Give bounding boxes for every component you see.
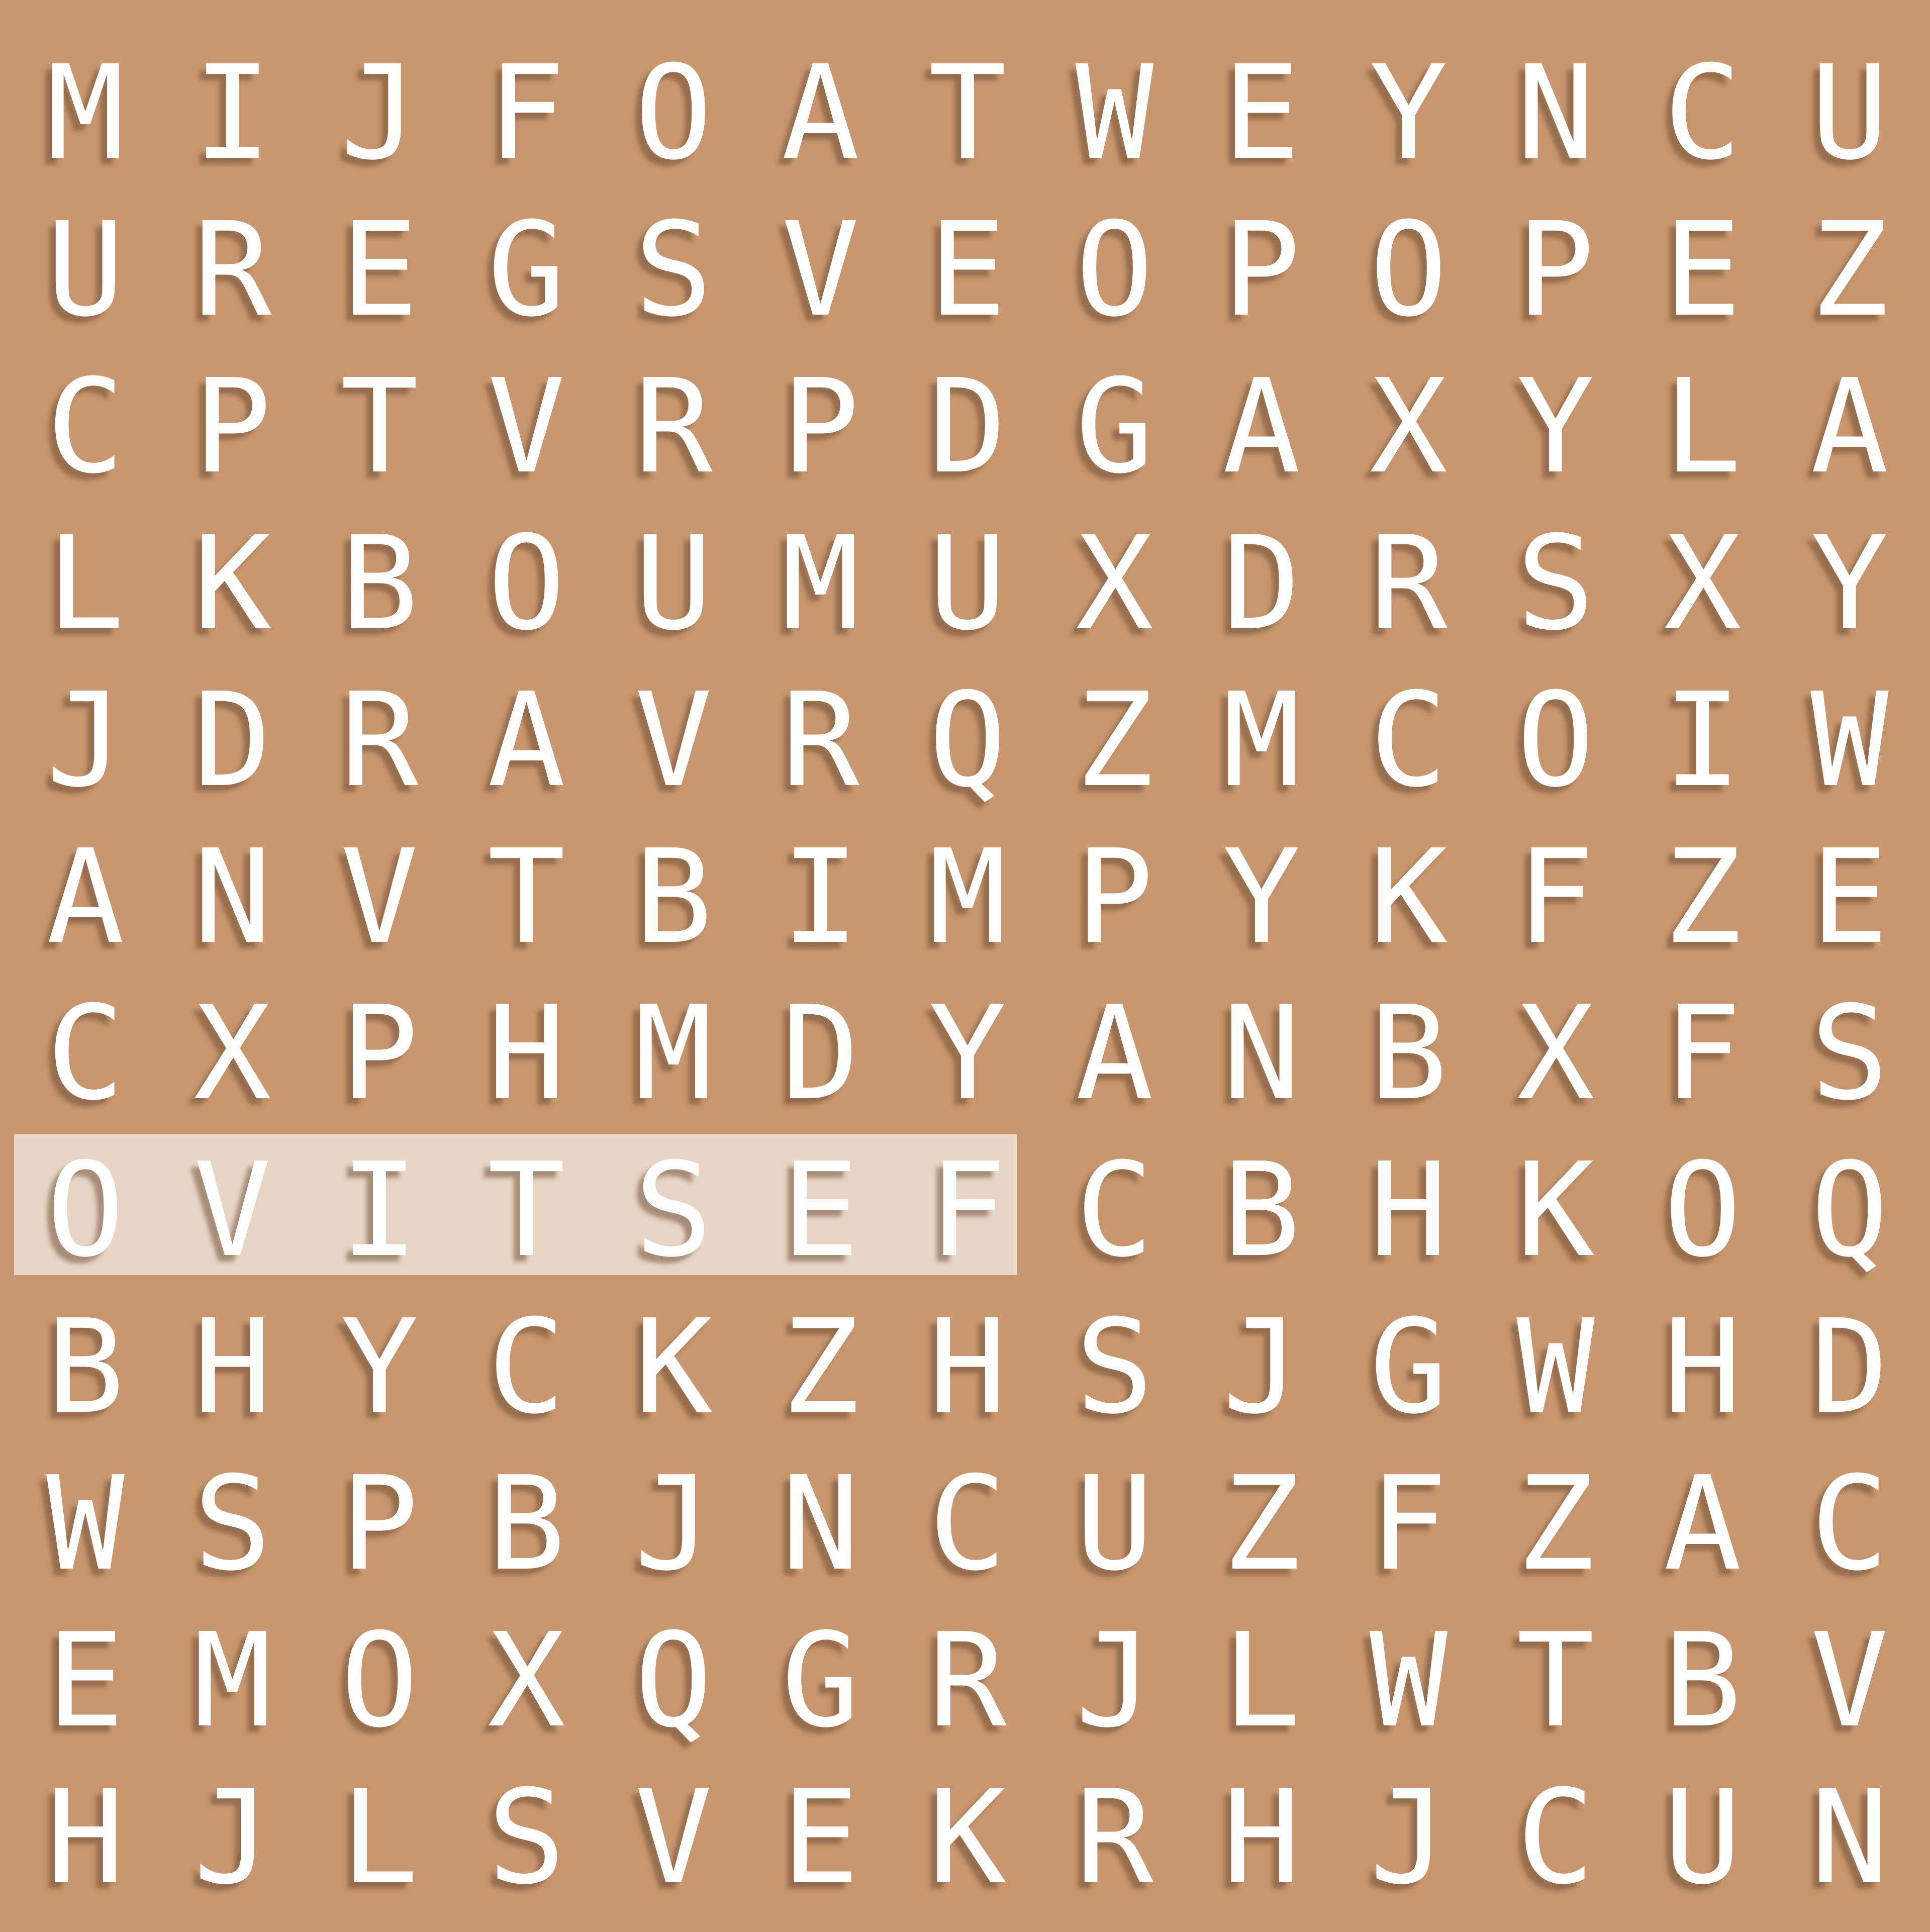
grid-cell-r1c13[interactable]: U	[1810, 48, 1888, 178]
grid-cell-r6c5[interactable]: B	[634, 832, 712, 962]
grid-cell-r12c11[interactable]: C	[1516, 1773, 1594, 1902]
grid-cell-r9c2[interactable]: H	[194, 1302, 271, 1432]
grid-cell-r8c9[interactable]: B	[1222, 1145, 1300, 1275]
word-search-grid: MIJFOATWEYNCUUREGSVEOPOPEZCPTVRPDGAXYLAL…	[0, 0, 1930, 1932]
grid-cell-r12c1[interactable]: H	[46, 1773, 124, 1902]
grid-cell-r7c3[interactable]: P	[340, 989, 418, 1118]
grid-cell-r12c8[interactable]: R	[1076, 1773, 1153, 1902]
grid-cell-r12c7[interactable]: K	[928, 1773, 1006, 1902]
grid-cell-r10c12[interactable]: A	[1664, 1459, 1742, 1589]
grid-cell-r9c8[interactable]: S	[1076, 1302, 1153, 1432]
grid-cell-r5c4[interactable]: A	[488, 675, 565, 805]
grid-cell-r2c4[interactable]: G	[488, 205, 565, 335]
grid-cell-r10c11[interactable]: Z	[1516, 1459, 1594, 1589]
grid-cell-r5c1[interactable]: J	[46, 675, 124, 805]
grid-cell-r8c5[interactable]: S	[634, 1145, 712, 1275]
grid-cell-r3c8[interactable]: G	[1076, 362, 1153, 492]
grid-cell-r8c7[interactable]: F	[928, 1145, 1006, 1275]
grid-cell-r4c5[interactable]: U	[634, 519, 712, 648]
grid-cell-r10c10[interactable]: F	[1370, 1459, 1447, 1589]
grid-cell-r7c10[interactable]: B	[1370, 989, 1447, 1118]
grid-cell-r2c11[interactable]: P	[1516, 205, 1594, 335]
grid-cell-r5c11[interactable]: O	[1516, 675, 1594, 805]
grid-cell-r4c6[interactable]: M	[782, 519, 859, 648]
grid-cell-r3c4[interactable]: V	[488, 362, 565, 492]
grid-cell-r6c3[interactable]: V	[340, 832, 418, 962]
grid-cell-r2c2[interactable]: R	[194, 205, 271, 335]
grid-cell-r11c4[interactable]: X	[488, 1616, 565, 1746]
grid-cell-r8c10[interactable]: H	[1370, 1145, 1447, 1275]
grid-cell-r11c5[interactable]: Q	[634, 1616, 712, 1746]
grid-cell-r10c13[interactable]: C	[1810, 1459, 1888, 1589]
grid-cell-r1c1[interactable]: M	[46, 48, 124, 178]
grid-cell-r6c10[interactable]: K	[1370, 832, 1447, 962]
grid-cell-r4c10[interactable]: R	[1370, 519, 1447, 648]
grid-cell-r9c7[interactable]: H	[928, 1302, 1006, 1432]
grid-cell-r1c5[interactable]: O	[634, 48, 712, 178]
grid-cell-r12c5[interactable]: V	[634, 1773, 712, 1902]
grid-cell-r5c13[interactable]: W	[1810, 675, 1888, 805]
grid-cell-r5c12[interactable]: I	[1664, 675, 1742, 805]
grid-cell-r10c2[interactable]: S	[194, 1459, 271, 1589]
grid-cell-r6c4[interactable]: T	[488, 832, 565, 962]
grid-cell-r11c9[interactable]: L	[1222, 1616, 1300, 1746]
grid-cell-r8c2[interactable]: V	[194, 1145, 271, 1275]
grid-cell-r8c1[interactable]: O	[46, 1145, 124, 1275]
grid-cell-r1c6[interactable]: A	[782, 48, 859, 178]
grid-cell-r3c12[interactable]: L	[1664, 362, 1742, 492]
grid-cell-r3c10[interactable]: X	[1370, 362, 1447, 492]
grid-cell-r1c10[interactable]: Y	[1370, 48, 1447, 178]
grid-cell-r8c13[interactable]: Q	[1810, 1145, 1888, 1275]
grid-cell-r11c10[interactable]: W	[1370, 1616, 1447, 1746]
grid-cell-r9c4[interactable]: C	[488, 1302, 565, 1432]
word-search-board: MIJFOATWEYNCUUREGSVEOPOPEZCPTVRPDGAXYLAL…	[0, 0, 1930, 1932]
grid-cell-r1c4[interactable]: F	[488, 48, 565, 178]
grid-cell-r12c13[interactable]: N	[1810, 1773, 1888, 1902]
grid-cell-r5c3[interactable]: R	[340, 675, 418, 805]
grid-cell-r7c4[interactable]: H	[488, 989, 565, 1118]
grid-cell-r7c6[interactable]: D	[782, 989, 859, 1118]
grid-cell-r11c7[interactable]: R	[928, 1616, 1006, 1746]
grid-cell-r7c12[interactable]: F	[1664, 989, 1742, 1118]
grid-cell-r7c2[interactable]: X	[194, 989, 271, 1118]
grid-cell-r4c4[interactable]: O	[488, 519, 565, 648]
grid-cell-r9c6[interactable]: Z	[782, 1302, 859, 1432]
grid-cell-r8c12[interactable]: O	[1664, 1145, 1742, 1275]
grid-cell-r2c13[interactable]: Z	[1810, 205, 1888, 335]
grid-cell-r2c10[interactable]: O	[1370, 205, 1447, 335]
grid-cell-r4c8[interactable]: X	[1076, 519, 1153, 648]
grid-cell-r10c9[interactable]: Z	[1222, 1459, 1300, 1589]
grid-cell-r12c9[interactable]: H	[1222, 1773, 1300, 1902]
grid-cell-r1c11[interactable]: N	[1516, 48, 1594, 178]
grid-cell-r5c10[interactable]: C	[1370, 675, 1447, 805]
grid-cell-r4c2[interactable]: K	[194, 519, 271, 648]
grid-cell-r7c9[interactable]: N	[1222, 989, 1300, 1118]
grid-cell-r3c2[interactable]: P	[194, 362, 271, 492]
grid-cell-r9c3[interactable]: Y	[340, 1302, 418, 1432]
grid-cell-r1c12[interactable]: C	[1664, 48, 1742, 178]
grid-cell-r4c1[interactable]: L	[46, 519, 124, 648]
grid-cell-r8c4[interactable]: T	[488, 1145, 565, 1275]
grid-cell-r8c3[interactable]: I	[340, 1145, 418, 1275]
grid-cell-r5c6[interactable]: R	[782, 675, 859, 805]
grid-cell-r1c9[interactable]: E	[1222, 48, 1300, 178]
grid-cell-r12c4[interactable]: S	[488, 1773, 565, 1902]
grid-cell-r7c1[interactable]: C	[46, 989, 124, 1118]
grid-cell-r6c13[interactable]: E	[1810, 832, 1888, 962]
grid-cell-r8c6[interactable]: E	[782, 1145, 859, 1275]
grid-cell-r2c3[interactable]: E	[340, 205, 418, 335]
grid-cell-r3c11[interactable]: Y	[1516, 362, 1594, 492]
grid-cell-r9c10[interactable]: G	[1370, 1302, 1447, 1432]
grid-cell-r9c12[interactable]: H	[1664, 1302, 1742, 1432]
grid-cell-r5c7[interactable]: Q	[928, 675, 1006, 805]
grid-cell-r10c1[interactable]: W	[46, 1459, 124, 1589]
grid-cell-r7c7[interactable]: Y	[928, 989, 1006, 1118]
grid-cell-r11c12[interactable]: B	[1664, 1616, 1742, 1746]
grid-cell-r5c2[interactable]: D	[194, 675, 271, 805]
grid-cell-r11c2[interactable]: M	[194, 1616, 271, 1746]
grid-cell-r6c2[interactable]: N	[194, 832, 271, 962]
grid-cell-r2c5[interactable]: S	[634, 205, 712, 335]
grid-cell-r1c8[interactable]: W	[1076, 48, 1153, 178]
grid-cell-r5c8[interactable]: Z	[1076, 675, 1153, 805]
grid-cell-r10c7[interactable]: C	[928, 1459, 1006, 1589]
grid-cell-r5c5[interactable]: V	[634, 675, 712, 805]
grid-cell-r4c12[interactable]: X	[1664, 519, 1742, 648]
grid-cell-r9c13[interactable]: D	[1810, 1302, 1888, 1432]
grid-cell-r3c3[interactable]: T	[340, 362, 418, 492]
grid-cell-r9c11[interactable]: W	[1516, 1302, 1594, 1432]
grid-cell-r2c9[interactable]: P	[1222, 205, 1300, 335]
grid-cell-r2c12[interactable]: E	[1664, 205, 1742, 335]
grid-cell-r11c3[interactable]: O	[340, 1616, 418, 1746]
grid-cell-r7c13[interactable]: S	[1810, 989, 1888, 1118]
grid-cell-r4c11[interactable]: S	[1516, 519, 1594, 648]
grid-cell-r2c1[interactable]: U	[46, 205, 124, 335]
grid-cell-r3c5[interactable]: R	[634, 362, 712, 492]
grid-cell-r10c8[interactable]: U	[1076, 1459, 1153, 1589]
grid-cell-r7c5[interactable]: M	[634, 989, 712, 1118]
grid-cell-r11c13[interactable]: V	[1810, 1616, 1888, 1746]
grid-cell-r12c12[interactable]: U	[1664, 1773, 1742, 1902]
grid-cell-r11c1[interactable]: E	[46, 1616, 124, 1746]
grid-cell-r5c9[interactable]: M	[1222, 675, 1300, 805]
grid-cell-r3c9[interactable]: A	[1222, 362, 1300, 492]
grid-cell-r6c7[interactable]: M	[928, 832, 1006, 962]
grid-cell-r10c4[interactable]: B	[488, 1459, 565, 1589]
grid-cell-r6c6[interactable]: I	[782, 832, 859, 962]
grid-cell-r2c8[interactable]: O	[1076, 205, 1153, 335]
grid-cell-r8c8[interactable]: C	[1076, 1145, 1153, 1275]
grid-cell-r1c7[interactable]: T	[928, 48, 1006, 178]
grid-cell-r4c13[interactable]: Y	[1810, 519, 1888, 648]
grid-cell-r10c3[interactable]: P	[340, 1459, 418, 1589]
grid-cell-r3c7[interactable]: D	[928, 362, 1006, 492]
grid-cell-r2c7[interactable]: E	[928, 205, 1006, 335]
grid-cell-r12c6[interactable]: E	[782, 1773, 859, 1902]
grid-cell-r11c6[interactable]: G	[782, 1616, 859, 1746]
grid-cell-r2c6[interactable]: V	[782, 205, 859, 335]
grid-cell-r4c7[interactable]: U	[928, 519, 1006, 648]
grid-cell-r4c3[interactable]: B	[340, 519, 418, 648]
grid-cell-r6c8[interactable]: P	[1076, 832, 1153, 962]
grid-cell-r3c6[interactable]: P	[782, 362, 859, 492]
grid-cell-r10c6[interactable]: N	[782, 1459, 859, 1589]
grid-cell-r3c1[interactable]: C	[46, 362, 124, 492]
grid-cell-r9c9[interactable]: J	[1222, 1302, 1300, 1432]
grid-cell-r11c8[interactable]: J	[1076, 1616, 1153, 1746]
grid-cell-r9c5[interactable]: K	[634, 1302, 712, 1432]
grid-cell-r12c10[interactable]: J	[1370, 1773, 1447, 1902]
grid-cell-r12c3[interactable]: L	[340, 1773, 418, 1902]
grid-cell-r6c11[interactable]: F	[1516, 832, 1594, 962]
grid-cell-r1c3[interactable]: J	[340, 48, 418, 178]
grid-cell-r3c13[interactable]: A	[1810, 362, 1888, 492]
grid-cell-r7c11[interactable]: X	[1516, 989, 1594, 1118]
grid-cell-r6c12[interactable]: Z	[1664, 832, 1742, 962]
grid-cell-r1c2[interactable]: I	[194, 48, 271, 178]
grid-cell-r6c1[interactable]: A	[46, 832, 124, 962]
grid-cell-r4c9[interactable]: D	[1222, 519, 1300, 648]
grid-cell-r8c11[interactable]: K	[1516, 1145, 1594, 1275]
grid-cell-r11c11[interactable]: T	[1516, 1616, 1594, 1746]
grid-cell-r12c2[interactable]: J	[194, 1773, 271, 1902]
grid-cell-r7c8[interactable]: A	[1076, 989, 1153, 1118]
grid-cell-r10c5[interactable]: J	[634, 1459, 712, 1589]
grid-cell-r6c9[interactable]: Y	[1222, 832, 1300, 962]
grid-cell-r9c1[interactable]: B	[46, 1302, 124, 1432]
